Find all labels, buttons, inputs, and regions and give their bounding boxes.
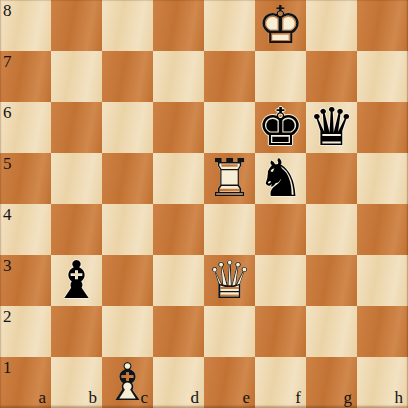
- square-c7[interactable]: [102, 51, 153, 102]
- square-g3[interactable]: [306, 255, 357, 306]
- square-f6[interactable]: ♚: [255, 102, 306, 153]
- square-e3[interactable]: ♛♕: [204, 255, 255, 306]
- square-e7[interactable]: [204, 51, 255, 102]
- square-d1[interactable]: d: [153, 357, 204, 408]
- square-e5[interactable]: ♜♖: [204, 153, 255, 204]
- square-g7[interactable]: [306, 51, 357, 102]
- file-label-a: a: [38, 389, 46, 406]
- square-h1[interactable]: h: [357, 357, 408, 408]
- square-g2[interactable]: [306, 306, 357, 357]
- square-h5[interactable]: [357, 153, 408, 204]
- square-c1[interactable]: c♝♗: [102, 357, 153, 408]
- square-d6[interactable]: [153, 102, 204, 153]
- square-d4[interactable]: [153, 204, 204, 255]
- square-f1[interactable]: f: [255, 357, 306, 408]
- square-d2[interactable]: [153, 306, 204, 357]
- square-a7[interactable]: 7: [0, 51, 51, 102]
- white-king[interactable]: ♚♔: [255, 0, 306, 51]
- square-e2[interactable]: [204, 306, 255, 357]
- file-label-g: g: [344, 389, 353, 406]
- square-b5[interactable]: [51, 153, 102, 204]
- black-queen-glyph: ♛: [306, 102, 357, 153]
- white-queen-glyph: ♕: [204, 255, 255, 306]
- square-c4[interactable]: [102, 204, 153, 255]
- square-b7[interactable]: [51, 51, 102, 102]
- rank-label-6: 6: [3, 104, 12, 121]
- square-c6[interactable]: [102, 102, 153, 153]
- square-a4[interactable]: 4: [0, 204, 51, 255]
- square-c5[interactable]: [102, 153, 153, 204]
- square-a3[interactable]: 3: [0, 255, 51, 306]
- black-queen[interactable]: ♛: [306, 102, 357, 153]
- rank-label-8: 8: [3, 2, 12, 19]
- square-f4[interactable]: [255, 204, 306, 255]
- file-label-b: b: [89, 389, 98, 406]
- square-h2[interactable]: [357, 306, 408, 357]
- square-h6[interactable]: [357, 102, 408, 153]
- white-bishop-glyph: ♗: [102, 357, 153, 408]
- black-king[interactable]: ♚: [255, 102, 306, 153]
- file-label-d: d: [191, 389, 200, 406]
- square-b6[interactable]: [51, 102, 102, 153]
- black-knight[interactable]: ♞: [255, 153, 306, 204]
- square-g5[interactable]: [306, 153, 357, 204]
- square-c3[interactable]: [102, 255, 153, 306]
- square-e8[interactable]: [204, 0, 255, 51]
- square-b2[interactable]: [51, 306, 102, 357]
- square-h7[interactable]: [357, 51, 408, 102]
- square-g4[interactable]: [306, 204, 357, 255]
- white-king-glyph: ♔: [255, 0, 306, 51]
- black-knight-glyph: ♞: [255, 153, 306, 204]
- square-d5[interactable]: [153, 153, 204, 204]
- square-c2[interactable]: [102, 306, 153, 357]
- square-d7[interactable]: [153, 51, 204, 102]
- square-b8[interactable]: [51, 0, 102, 51]
- square-f8[interactable]: ♚♔: [255, 0, 306, 51]
- square-g6[interactable]: ♛: [306, 102, 357, 153]
- black-bishop[interactable]: ♝: [51, 255, 102, 306]
- rank-label-3: 3: [3, 257, 12, 274]
- square-a6[interactable]: 6: [0, 102, 51, 153]
- square-e4[interactable]: [204, 204, 255, 255]
- file-label-e: e: [242, 389, 250, 406]
- square-b3[interactable]: ♝: [51, 255, 102, 306]
- square-g8[interactable]: [306, 0, 357, 51]
- square-a1[interactable]: 1a: [0, 357, 51, 408]
- square-a5[interactable]: 5: [0, 153, 51, 204]
- square-h3[interactable]: [357, 255, 408, 306]
- square-f2[interactable]: [255, 306, 306, 357]
- white-rook[interactable]: ♜♖: [204, 153, 255, 204]
- white-bishop[interactable]: ♝♗: [102, 357, 153, 408]
- square-b1[interactable]: b: [51, 357, 102, 408]
- square-f3[interactable]: [255, 255, 306, 306]
- square-d8[interactable]: [153, 0, 204, 51]
- black-king-glyph: ♚: [255, 102, 306, 153]
- white-rook-glyph: ♖: [204, 153, 255, 204]
- square-e6[interactable]: [204, 102, 255, 153]
- rank-label-2: 2: [3, 308, 12, 325]
- rank-label-5: 5: [3, 155, 12, 172]
- rank-label-7: 7: [3, 53, 12, 70]
- square-b4[interactable]: [51, 204, 102, 255]
- square-h4[interactable]: [357, 204, 408, 255]
- square-c8[interactable]: [102, 0, 153, 51]
- rank-label-4: 4: [3, 206, 12, 223]
- square-f5[interactable]: ♞: [255, 153, 306, 204]
- file-label-f: f: [295, 389, 301, 406]
- square-e1[interactable]: e: [204, 357, 255, 408]
- chess-board: 8♚♔76♚♛5♜♖♞43♝♛♕21abc♝♗defgh: [0, 0, 408, 408]
- square-g1[interactable]: g: [306, 357, 357, 408]
- square-f7[interactable]: [255, 51, 306, 102]
- square-d3[interactable]: [153, 255, 204, 306]
- file-label-h: h: [395, 389, 404, 406]
- white-queen[interactable]: ♛♕: [204, 255, 255, 306]
- square-a2[interactable]: 2: [0, 306, 51, 357]
- square-h8[interactable]: [357, 0, 408, 51]
- square-a8[interactable]: 8: [0, 0, 51, 51]
- rank-label-1: 1: [3, 359, 12, 376]
- black-bishop-glyph: ♝: [51, 255, 102, 306]
